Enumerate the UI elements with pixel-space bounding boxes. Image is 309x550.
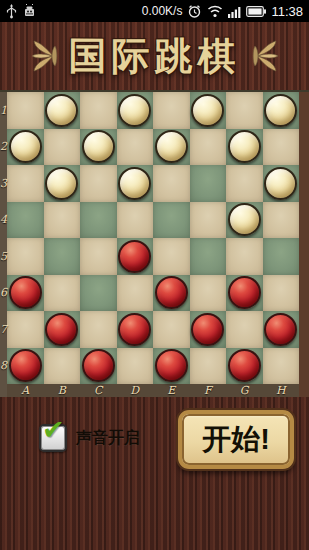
- square-B6[interactable]: [44, 275, 81, 312]
- square-B5[interactable]: [44, 238, 81, 275]
- square-C3[interactable]: [80, 165, 117, 202]
- col-label-G: G: [226, 383, 263, 397]
- square-F1[interactable]: [190, 92, 227, 129]
- row-label-6: 6: [0, 275, 7, 312]
- square-C1[interactable]: [80, 92, 117, 129]
- square-B4[interactable]: [44, 202, 81, 239]
- start-button[interactable]: 开始!: [178, 410, 294, 469]
- white-piece[interactable]: [228, 130, 261, 163]
- square-G3[interactable]: [226, 165, 263, 202]
- square-E3[interactable]: [153, 165, 190, 202]
- square-B8[interactable]: [44, 348, 81, 385]
- square-D2[interactable]: [117, 129, 154, 166]
- square-E7[interactable]: [153, 311, 190, 348]
- sound-checkbox-row: ✔ 声音开启: [39, 424, 140, 452]
- square-H8[interactable]: [263, 348, 300, 385]
- row-label-3: 3: [0, 165, 7, 202]
- square-F6[interactable]: [190, 275, 227, 312]
- row-label-7: 7: [0, 311, 7, 348]
- square-C2[interactable]: [80, 129, 117, 166]
- row-label-5: 5: [0, 238, 7, 275]
- square-G2[interactable]: [226, 129, 263, 166]
- left-ornament-icon: [30, 39, 60, 73]
- square-C8[interactable]: [80, 348, 117, 385]
- square-G1[interactable]: [226, 92, 263, 129]
- red-piece[interactable]: [45, 313, 78, 346]
- white-piece[interactable]: [191, 94, 224, 127]
- controls-panel: ✔ 声音开启 开始!: [0, 397, 309, 550]
- square-A4[interactable]: [7, 202, 44, 239]
- right-ornament-icon: [250, 39, 280, 73]
- red-piece[interactable]: [191, 313, 224, 346]
- square-C7[interactable]: [80, 311, 117, 348]
- red-piece[interactable]: [82, 349, 115, 382]
- app-screen: 0.00K/s 11:38: [0, 0, 309, 550]
- board-frame: 12345678 ABCDEFGH: [0, 90, 309, 397]
- col-label-H: H: [263, 383, 300, 397]
- signal-strength-icon: [228, 5, 241, 18]
- square-E4[interactable]: [153, 202, 190, 239]
- square-H5[interactable]: [263, 238, 300, 275]
- sound-checkbox-label: 声音开启: [76, 428, 140, 449]
- white-piece[interactable]: [155, 130, 188, 163]
- white-piece[interactable]: [264, 94, 297, 127]
- android-debug-icon: [22, 4, 37, 19]
- square-B3[interactable]: [44, 165, 81, 202]
- square-C4[interactable]: [80, 202, 117, 239]
- square-G8[interactable]: [226, 348, 263, 385]
- square-G5[interactable]: [226, 238, 263, 275]
- square-D3[interactable]: [117, 165, 154, 202]
- square-H2[interactable]: [263, 129, 300, 166]
- white-piece[interactable]: [228, 203, 261, 236]
- square-A5[interactable]: [7, 238, 44, 275]
- white-piece[interactable]: [45, 167, 78, 200]
- square-D6[interactable]: [117, 275, 154, 312]
- white-piece[interactable]: [118, 167, 151, 200]
- red-piece[interactable]: [9, 276, 42, 309]
- square-G7[interactable]: [226, 311, 263, 348]
- red-piece[interactable]: [228, 349, 261, 382]
- row-label-1: 1: [0, 92, 7, 129]
- square-F3[interactable]: [190, 165, 227, 202]
- white-piece[interactable]: [45, 94, 78, 127]
- square-A3[interactable]: [7, 165, 44, 202]
- row-label-4: 4: [0, 202, 7, 239]
- row-label-8: 8: [0, 348, 7, 385]
- row-labels: 12345678: [0, 92, 7, 384]
- red-piece[interactable]: [155, 349, 188, 382]
- col-labels: ABCDEFGH: [7, 383, 299, 397]
- square-H4[interactable]: [263, 202, 300, 239]
- square-C5[interactable]: [80, 238, 117, 275]
- square-D1[interactable]: [117, 92, 154, 129]
- red-piece[interactable]: [228, 276, 261, 309]
- square-F8[interactable]: [190, 348, 227, 385]
- col-label-A: A: [7, 383, 44, 397]
- checkmark-icon: ✔: [42, 417, 65, 444]
- square-E2[interactable]: [153, 129, 190, 166]
- square-D8[interactable]: [117, 348, 154, 385]
- square-B1[interactable]: [44, 92, 81, 129]
- square-E8[interactable]: [153, 348, 190, 385]
- square-A7[interactable]: [7, 311, 44, 348]
- square-C6[interactable]: [80, 275, 117, 312]
- square-D7[interactable]: [117, 311, 154, 348]
- col-label-F: F: [190, 383, 227, 397]
- red-piece[interactable]: [118, 313, 151, 346]
- white-piece[interactable]: [82, 130, 115, 163]
- col-label-D: D: [117, 383, 154, 397]
- title-bar: 国际跳棋: [0, 22, 309, 90]
- square-B7[interactable]: [44, 311, 81, 348]
- checkers-board: [7, 92, 299, 384]
- square-D5[interactable]: [117, 238, 154, 275]
- alarm-clock-icon: [187, 4, 202, 19]
- usb-icon: [6, 4, 17, 19]
- square-A6[interactable]: [7, 275, 44, 312]
- square-H7[interactable]: [263, 311, 300, 348]
- square-E6[interactable]: [153, 275, 190, 312]
- square-H3[interactable]: [263, 165, 300, 202]
- battery-icon: [246, 6, 266, 17]
- status-time: 11:38: [271, 4, 303, 19]
- square-F5[interactable]: [190, 238, 227, 275]
- col-label-E: E: [153, 383, 190, 397]
- red-piece[interactable]: [155, 276, 188, 309]
- network-speed: 0.00K/s: [142, 4, 183, 18]
- square-A1[interactable]: [7, 92, 44, 129]
- white-piece[interactable]: [9, 130, 42, 163]
- status-bar: 0.00K/s 11:38: [0, 0, 309, 22]
- square-E5[interactable]: [153, 238, 190, 275]
- square-F7[interactable]: [190, 311, 227, 348]
- row-label-2: 2: [0, 129, 7, 166]
- square-A2[interactable]: [7, 129, 44, 166]
- red-piece[interactable]: [9, 349, 42, 382]
- square-F2[interactable]: [190, 129, 227, 166]
- app-title: 国际跳棋: [69, 37, 241, 75]
- red-piece[interactable]: [118, 240, 151, 273]
- square-G6[interactable]: [226, 275, 263, 312]
- square-H1[interactable]: [263, 92, 300, 129]
- square-F4[interactable]: [190, 202, 227, 239]
- white-piece[interactable]: [264, 167, 297, 200]
- square-H6[interactable]: [263, 275, 300, 312]
- wifi-icon: [207, 4, 223, 18]
- white-piece[interactable]: [118, 94, 151, 127]
- square-D4[interactable]: [117, 202, 154, 239]
- square-G4[interactable]: [226, 202, 263, 239]
- red-piece[interactable]: [264, 313, 297, 346]
- col-label-B: B: [44, 383, 81, 397]
- square-B2[interactable]: [44, 129, 81, 166]
- col-label-C: C: [80, 383, 117, 397]
- square-A8[interactable]: [7, 348, 44, 385]
- square-E1[interactable]: [153, 92, 190, 129]
- sound-checkbox[interactable]: ✔: [39, 424, 67, 452]
